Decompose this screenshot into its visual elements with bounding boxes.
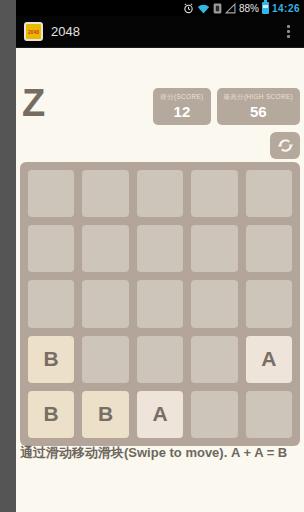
sim-icon [213, 3, 222, 14]
empty-cell-r2c4 [191, 225, 237, 272]
empty-cell-r1c5 [246, 170, 292, 217]
status-bar: 88% 14:26 [16, 0, 304, 16]
empty-cell-r3c3 [137, 280, 183, 327]
overflow-menu-icon[interactable] [281, 21, 296, 42]
empty-cell-r2c2 [82, 225, 128, 272]
instruction-text: 通过滑动移动滑块(Swipe to move). A + A = B [20, 444, 302, 462]
high-score-box: 最高分(HIGH SCORE) 56 [217, 88, 301, 125]
game-board[interactable]: BABBA [20, 162, 300, 446]
score-box: 得分(SCORE) 12 [153, 88, 210, 125]
refresh-icon [277, 137, 294, 154]
battery-icon [262, 2, 269, 14]
game-logo: Z [22, 84, 45, 122]
empty-cell-r2c1 [28, 225, 74, 272]
empty-cell-r5c4 [191, 391, 237, 438]
empty-cell-r1c1 [28, 170, 74, 217]
empty-cell-r3c1 [28, 280, 74, 327]
score-label: 得分(SCORE) [160, 93, 203, 102]
tile-B-r5c1: B [28, 391, 74, 438]
score-panel: 得分(SCORE) 12 最高分(HIGH SCORE) 56 [153, 88, 300, 125]
alarm-icon [183, 3, 194, 14]
score-value: 12 [174, 102, 191, 122]
empty-cell-r4c4 [191, 336, 237, 383]
app-icon-label: 2048 [28, 29, 39, 35]
empty-cell-r5c5 [246, 391, 292, 438]
tile-A-r5c3: A [137, 391, 183, 438]
tile-A-r4c5: A [246, 336, 292, 383]
high-score-label: 最高分(HIGH SCORE) [224, 93, 294, 102]
wifi-icon [197, 3, 210, 14]
tile-B-r5c2: B [82, 391, 128, 438]
empty-cell-r2c3 [137, 225, 183, 272]
empty-cell-r2c5 [246, 225, 292, 272]
empty-cell-r4c2 [82, 336, 128, 383]
empty-cell-r1c4 [191, 170, 237, 217]
empty-cell-r3c4 [191, 280, 237, 327]
restart-button[interactable] [270, 132, 300, 159]
signal-triangle-icon [225, 3, 236, 14]
app-title: 2048 [51, 24, 80, 39]
empty-cell-r1c2 [82, 170, 128, 217]
battery-percent: 88% [239, 3, 259, 14]
empty-cell-r1c3 [137, 170, 183, 217]
empty-cell-r3c2 [82, 280, 128, 327]
high-score-value: 56 [250, 102, 267, 122]
phone-screen: 88% 14:26 2048 2048 Z 得分(SCORE) 12 最高分(H… [16, 0, 304, 512]
empty-cell-r4c3 [137, 336, 183, 383]
app-icon-2048: 2048 [24, 22, 43, 41]
action-bar: 2048 2048 [16, 16, 304, 48]
tile-B-r4c1: B [28, 336, 74, 383]
clock-time: 14:26 [272, 3, 300, 14]
empty-cell-r3c5 [246, 280, 292, 327]
